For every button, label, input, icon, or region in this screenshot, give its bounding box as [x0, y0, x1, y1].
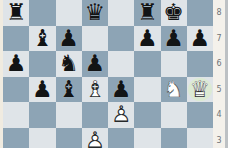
square-c8[interactable]: [56, 0, 82, 26]
chess-board[interactable]: ♜♛♜♚♝♟♟♟♟♟♞♟♟♝♝♗♟♞♘♛♕♟♙♟♙: [3, 0, 213, 148]
piece-black-pawn[interactable]: ♟: [56, 26, 82, 52]
highlight-circle: [188, 78, 212, 102]
piece-white-bishop[interactable]: ♗: [82, 77, 108, 103]
square-c5[interactable]: ♝: [56, 77, 82, 103]
square-b7[interactable]: ♝: [29, 26, 55, 52]
square-b8[interactable]: [29, 0, 55, 26]
rank-label-7: 7: [213, 26, 225, 52]
square-f5[interactable]: [134, 77, 160, 103]
rank-label-3: 3: [213, 128, 225, 149]
square-c7[interactable]: ♟: [56, 26, 82, 52]
square-a7[interactable]: [3, 26, 29, 52]
square-d4[interactable]: [82, 102, 108, 128]
square-a6[interactable]: ♟: [3, 51, 29, 77]
square-g7[interactable]: ♟: [161, 26, 187, 52]
square-c3[interactable]: [56, 128, 82, 149]
square-a4[interactable]: [3, 102, 29, 128]
piece-black-bishop[interactable]: ♝: [29, 26, 55, 52]
rank-label-8: 8: [213, 0, 225, 26]
square-h7[interactable]: ♟: [187, 26, 213, 52]
square-f6[interactable]: [134, 51, 160, 77]
piece-black-knight[interactable]: ♞: [56, 51, 82, 77]
square-b3[interactable]: [29, 128, 55, 149]
piece-black-pawn[interactable]: ♟: [108, 77, 134, 103]
rank-label-6: 6: [213, 51, 225, 77]
piece-black-pawn[interactable]: ♟: [134, 26, 160, 52]
square-d5[interactable]: ♝♗: [82, 77, 108, 103]
square-c6[interactable]: ♞: [56, 51, 82, 77]
square-g5[interactable]: ♞♘: [161, 77, 187, 103]
rank-label-4: 4: [213, 102, 225, 128]
piece-black-pawn[interactable]: ♟: [29, 77, 55, 103]
piece-black-pawn[interactable]: ♟: [187, 26, 213, 52]
square-b4[interactable]: [29, 102, 55, 128]
square-f3[interactable]: [134, 128, 160, 149]
square-e7[interactable]: [108, 26, 134, 52]
white-knight-fill: ♞: [161, 77, 187, 103]
white-pawn-fill: ♟: [82, 128, 108, 149]
square-g8[interactable]: ♚: [161, 0, 187, 26]
piece-black-rook[interactable]: ♜: [3, 0, 29, 26]
square-g4[interactable]: [161, 102, 187, 128]
square-b5[interactable]: ♟: [29, 77, 55, 103]
square-f8[interactable]: ♜: [134, 0, 160, 26]
piece-black-rook[interactable]: ♜: [134, 0, 160, 26]
square-e8[interactable]: [108, 0, 134, 26]
piece-black-queen[interactable]: ♛: [82, 0, 108, 26]
piece-white-pawn[interactable]: ♙: [82, 128, 108, 149]
square-h4[interactable]: [187, 102, 213, 128]
rank-label-5: 5: [213, 77, 225, 103]
square-h6[interactable]: [187, 51, 213, 77]
piece-black-pawn[interactable]: ♟: [161, 26, 187, 52]
square-c4[interactable]: [56, 102, 82, 128]
square-d6[interactable]: ♟: [82, 51, 108, 77]
square-b6[interactable]: [29, 51, 55, 77]
piece-black-pawn[interactable]: ♟: [82, 51, 108, 77]
rank-coordinate-column: 8 7 6 5 4 3: [213, 0, 225, 148]
square-d3[interactable]: ♟♙: [82, 128, 108, 149]
window-edge-strip: [225, 0, 228, 148]
square-e4[interactable]: ♟♙: [108, 102, 134, 128]
piece-black-pawn[interactable]: ♟: [3, 51, 29, 77]
square-e5[interactable]: ♟: [108, 77, 134, 103]
square-h8[interactable]: [187, 0, 213, 26]
square-f4[interactable]: [134, 102, 160, 128]
square-a5[interactable]: [3, 77, 29, 103]
white-bishop-fill: ♝: [82, 77, 108, 103]
square-a8[interactable]: ♜: [3, 0, 29, 26]
piece-black-bishop[interactable]: ♝: [56, 77, 82, 103]
square-h3[interactable]: [187, 128, 213, 149]
square-h5[interactable]: ♛♕: [187, 77, 213, 103]
piece-white-knight[interactable]: ♘: [161, 77, 187, 103]
square-e6[interactable]: [108, 51, 134, 77]
square-g6[interactable]: [161, 51, 187, 77]
piece-white-pawn[interactable]: ♙: [108, 102, 134, 128]
square-f7[interactable]: ♟: [134, 26, 160, 52]
square-e3[interactable]: [108, 128, 134, 149]
piece-black-king[interactable]: ♚: [161, 0, 187, 26]
square-d7[interactable]: [82, 26, 108, 52]
chess-app-window: ♜♛♜♚♝♟♟♟♟♟♞♟♟♝♝♗♟♞♘♛♕♟♙♟♙ 8 7 6 5 4 3: [0, 0, 228, 148]
square-a3[interactable]: [3, 128, 29, 149]
square-d8[interactable]: ♛: [82, 0, 108, 26]
square-g3[interactable]: [161, 128, 187, 149]
white-pawn-fill: ♟: [108, 102, 134, 128]
